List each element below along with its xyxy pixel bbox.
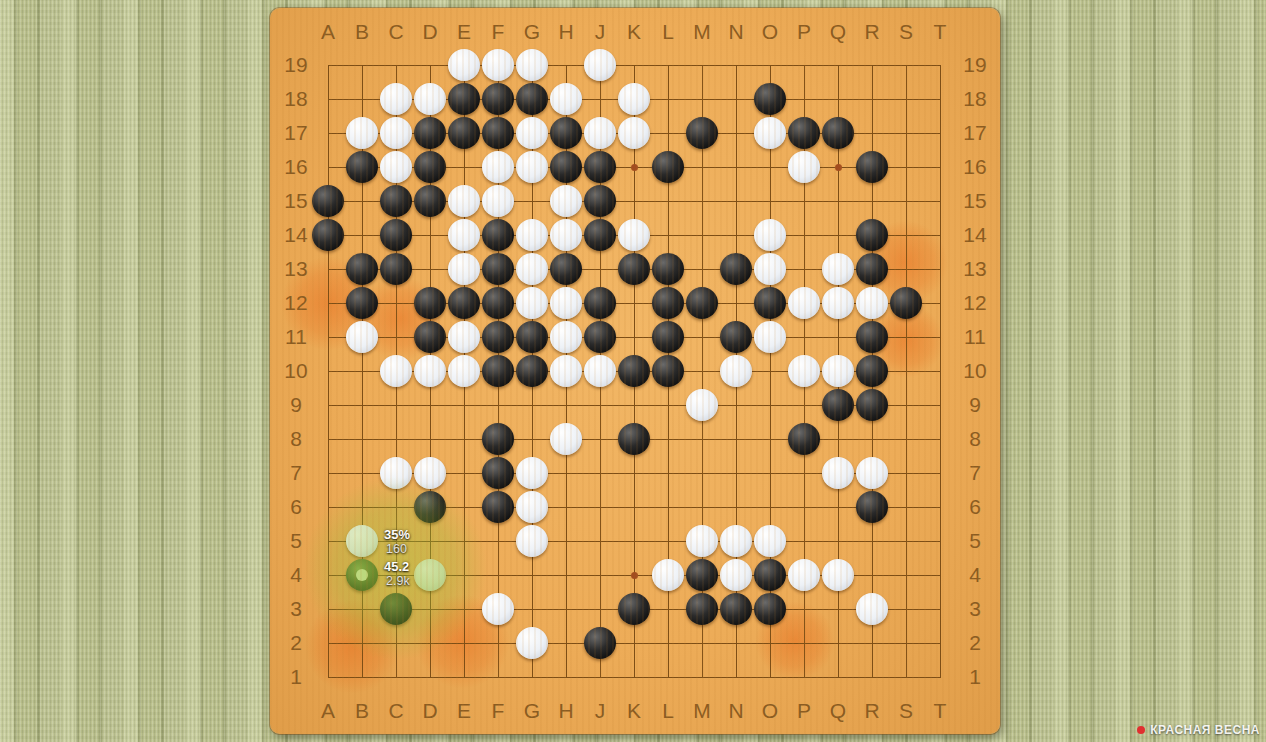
col-label-bottom-M: M	[684, 699, 720, 723]
white-stone-C17[interactable]	[380, 117, 412, 149]
row-label-left-14: 14	[278, 223, 314, 247]
black-stone-C13[interactable]	[380, 253, 412, 285]
white-stone-P4[interactable]	[788, 559, 820, 591]
page: { "game": "go", "app": { "watermark": { …	[0, 0, 1266, 742]
col-label-top-S: S	[888, 20, 924, 44]
black-stone-F8[interactable]	[482, 423, 514, 455]
black-stone-D11[interactable]	[414, 321, 446, 353]
col-label-top-N: N	[718, 20, 754, 44]
white-stone-G13[interactable]	[516, 253, 548, 285]
black-stone-F7[interactable]	[482, 457, 514, 489]
black-stone-D15[interactable]	[414, 185, 446, 217]
col-label-bottom-K: K	[616, 699, 652, 723]
col-label-bottom-J: J	[582, 699, 618, 723]
black-stone-F13[interactable]	[482, 253, 514, 285]
black-stone-N3[interactable]	[720, 593, 752, 625]
row-label-left-7: 7	[278, 461, 314, 485]
black-stone-N11[interactable]	[720, 321, 752, 353]
black-stone-D17[interactable]	[414, 117, 446, 149]
col-label-bottom-H: H	[548, 699, 584, 723]
white-stone-Q4[interactable]	[822, 559, 854, 591]
white-stone-Q10[interactable]	[822, 355, 854, 387]
row-label-right-19: 19	[957, 53, 993, 77]
black-stone-D16[interactable]	[414, 151, 446, 183]
row-label-left-19: 19	[278, 53, 314, 77]
col-label-bottom-Q: Q	[820, 699, 856, 723]
row-label-right-16: 16	[957, 155, 993, 179]
white-stone-G19[interactable]	[516, 49, 548, 81]
col-label-bottom-E: E	[446, 699, 482, 723]
white-stone-J17[interactable]	[584, 117, 616, 149]
black-stone-E12[interactable]	[448, 287, 480, 319]
row-label-left-6: 6	[278, 495, 314, 519]
black-stone-A15[interactable]	[312, 185, 344, 217]
row-label-right-18: 18	[957, 87, 993, 111]
black-stone-G18[interactable]	[516, 83, 548, 115]
black-stone-R16[interactable]	[856, 151, 888, 183]
white-stone-E19[interactable]	[448, 49, 480, 81]
col-label-top-J: J	[582, 20, 618, 44]
col-label-top-T: T	[922, 20, 958, 44]
green-stone-B4[interactable]	[346, 559, 378, 591]
star-point-Q16	[835, 164, 842, 171]
white-stone-B11[interactable]	[346, 321, 378, 353]
row-label-left-17: 17	[278, 121, 314, 145]
black-stone-L11[interactable]	[652, 321, 684, 353]
black-stone-L12[interactable]	[652, 287, 684, 319]
white-stone-G2[interactable]	[516, 627, 548, 659]
row-label-left-13: 13	[278, 257, 314, 281]
white-stone-O14[interactable]	[754, 219, 786, 251]
row-label-right-10: 10	[957, 359, 993, 383]
white-stone-E11[interactable]	[448, 321, 480, 353]
white-stone-H8[interactable]	[550, 423, 582, 455]
col-label-bottom-B: B	[344, 699, 380, 723]
white-stone-K17[interactable]	[618, 117, 650, 149]
white-stone-G12[interactable]	[516, 287, 548, 319]
row-label-right-14: 14	[957, 223, 993, 247]
col-label-bottom-N: N	[718, 699, 754, 723]
white-stone-G5[interactable]	[516, 525, 548, 557]
black-stone-N13[interactable]	[720, 253, 752, 285]
black-stone-F11[interactable]	[482, 321, 514, 353]
black-stone-J2[interactable]	[584, 627, 616, 659]
black-stone-F14[interactable]	[482, 219, 514, 251]
row-label-right-11: 11	[957, 325, 993, 349]
col-label-bottom-F: F	[480, 699, 516, 723]
black-stone-O18[interactable]	[754, 83, 786, 115]
white-stone-D10[interactable]	[414, 355, 446, 387]
watermark-dot-icon	[1137, 726, 1145, 734]
white-stone-H15[interactable]	[550, 185, 582, 217]
col-label-bottom-G: G	[514, 699, 550, 723]
col-label-top-O: O	[752, 20, 788, 44]
white-stone-Q12[interactable]	[822, 287, 854, 319]
white-stone-R3[interactable]	[856, 593, 888, 625]
white-stone-M9[interactable]	[686, 389, 718, 421]
black-stone-K13[interactable]	[618, 253, 650, 285]
white-stone-E14[interactable]	[448, 219, 480, 251]
white-stone-H14[interactable]	[550, 219, 582, 251]
go-board[interactable]: AABBCCDDEEFFGGHHJJKKLLMMNNOOPPQQRRSSTT19…	[270, 8, 1000, 734]
row-label-right-17: 17	[957, 121, 993, 145]
white-stone-R7[interactable]	[856, 457, 888, 489]
row-label-left-2: 2	[278, 631, 314, 655]
black-stone-J14[interactable]	[584, 219, 616, 251]
col-label-top-K: K	[616, 20, 652, 44]
row-label-right-15: 15	[957, 189, 993, 213]
col-label-top-A: A	[310, 20, 346, 44]
watermark-text: КРАСНАЯ ВЕСНА	[1150, 723, 1260, 737]
row-label-right-5: 5	[957, 529, 993, 553]
black-stone-R14[interactable]	[856, 219, 888, 251]
col-label-top-Q: Q	[820, 20, 856, 44]
row-label-left-8: 8	[278, 427, 314, 451]
col-label-bottom-C: C	[378, 699, 414, 723]
white-stone-L4[interactable]	[652, 559, 684, 591]
black-stone-J16[interactable]	[584, 151, 616, 183]
row-label-right-7: 7	[957, 461, 993, 485]
black-stone-H13[interactable]	[550, 253, 582, 285]
black-stone-Q17[interactable]	[822, 117, 854, 149]
col-label-top-L: L	[650, 20, 686, 44]
white-stone-J10[interactable]	[584, 355, 616, 387]
col-label-top-P: P	[786, 20, 822, 44]
white-stone-F3[interactable]	[482, 593, 514, 625]
white-stone-F15[interactable]	[482, 185, 514, 217]
row-label-right-2: 2	[957, 631, 993, 655]
col-label-top-R: R	[854, 20, 890, 44]
white-stone-M5[interactable]	[686, 525, 718, 557]
black-stone-Q9[interactable]	[822, 389, 854, 421]
white-stone-P12[interactable]	[788, 287, 820, 319]
black-stone-D12[interactable]	[414, 287, 446, 319]
col-label-bottom-R: R	[854, 699, 890, 723]
black-stone-F6[interactable]	[482, 491, 514, 523]
white-stone-F19[interactable]	[482, 49, 514, 81]
white-stone-C18[interactable]	[380, 83, 412, 115]
black-stone-M3[interactable]	[686, 593, 718, 625]
black-stone-H16[interactable]	[550, 151, 582, 183]
white-stone-E15[interactable]	[448, 185, 480, 217]
white-stone-G7[interactable]	[516, 457, 548, 489]
col-label-bottom-L: L	[650, 699, 686, 723]
white-stone-O13[interactable]	[754, 253, 786, 285]
row-label-left-12: 12	[278, 291, 314, 315]
white-stone-G17[interactable]	[516, 117, 548, 149]
black-stone-R6[interactable]	[856, 491, 888, 523]
black-stone-F17[interactable]	[482, 117, 514, 149]
col-label-top-F: F	[480, 20, 516, 44]
white-stone-G16[interactable]	[516, 151, 548, 183]
black-stone-K8[interactable]	[618, 423, 650, 455]
row-label-left-5: 5	[278, 529, 314, 553]
black-stone-O12[interactable]	[754, 287, 786, 319]
black-stone-E18[interactable]	[448, 83, 480, 115]
black-stone-O3[interactable]	[754, 593, 786, 625]
row-label-right-9: 9	[957, 393, 993, 417]
row-label-left-16: 16	[278, 155, 314, 179]
col-label-top-D: D	[412, 20, 448, 44]
row-label-right-3: 3	[957, 597, 993, 621]
black-stone-H17[interactable]	[550, 117, 582, 149]
white-stone-H18[interactable]	[550, 83, 582, 115]
analysis-label-0: 35%	[384, 528, 410, 542]
col-label-top-B: B	[344, 20, 380, 44]
black-stone-B12[interactable]	[346, 287, 378, 319]
white-stone-P10[interactable]	[788, 355, 820, 387]
white-stone-K14[interactable]	[618, 219, 650, 251]
black-stone-K10[interactable]	[618, 355, 650, 387]
best-move-dot-icon	[356, 569, 368, 581]
row-label-right-8: 8	[957, 427, 993, 451]
white-stone-B5[interactable]	[346, 525, 378, 557]
black-stone-L13[interactable]	[652, 253, 684, 285]
star-point-K16	[631, 164, 638, 171]
white-stone-H11[interactable]	[550, 321, 582, 353]
black-stone-C15[interactable]	[380, 185, 412, 217]
white-stone-G14[interactable]	[516, 219, 548, 251]
black-stone-M4[interactable]	[686, 559, 718, 591]
col-label-bottom-T: T	[922, 699, 958, 723]
col-label-bottom-P: P	[786, 699, 822, 723]
row-label-right-6: 6	[957, 495, 993, 519]
black-stone-G10[interactable]	[516, 355, 548, 387]
black-stone-O4[interactable]	[754, 559, 786, 591]
white-stone-C10[interactable]	[380, 355, 412, 387]
white-stone-C7[interactable]	[380, 457, 412, 489]
black-stone-P8[interactable]	[788, 423, 820, 455]
black-stone-R10[interactable]	[856, 355, 888, 387]
black-stone-F12[interactable]	[482, 287, 514, 319]
white-stone-K18[interactable]	[618, 83, 650, 115]
white-stone-N10[interactable]	[720, 355, 752, 387]
white-stone-O11[interactable]	[754, 321, 786, 353]
white-stone-D7[interactable]	[414, 457, 446, 489]
row-label-right-1: 1	[957, 665, 993, 689]
col-label-bottom-O: O	[752, 699, 788, 723]
pale-green-stone-D4[interactable]	[414, 559, 446, 591]
white-stone-H12[interactable]	[550, 287, 582, 319]
black-stone-C14[interactable]	[380, 219, 412, 251]
black-stone-R11[interactable]	[856, 321, 888, 353]
analysis-label-3: 2.9k	[386, 574, 410, 588]
col-label-top-M: M	[684, 20, 720, 44]
black-stone-J15[interactable]	[584, 185, 616, 217]
black-stone-B13[interactable]	[346, 253, 378, 285]
col-label-top-G: G	[514, 20, 550, 44]
black-stone-P17[interactable]	[788, 117, 820, 149]
dark-green-stone-C3[interactable]	[380, 593, 412, 625]
white-stone-N4[interactable]	[720, 559, 752, 591]
row-label-left-3: 3	[278, 597, 314, 621]
col-label-bottom-A: A	[310, 699, 346, 723]
white-stone-F16[interactable]	[482, 151, 514, 183]
black-stone-F18[interactable]	[482, 83, 514, 115]
row-label-right-13: 13	[957, 257, 993, 281]
white-stone-J19[interactable]	[584, 49, 616, 81]
analysis-label-1: 160	[386, 542, 407, 556]
col-label-top-E: E	[446, 20, 482, 44]
black-stone-R13[interactable]	[856, 253, 888, 285]
white-stone-G6[interactable]	[516, 491, 548, 523]
star-point-K4	[631, 572, 638, 579]
white-stone-R12[interactable]	[856, 287, 888, 319]
row-label-left-11: 11	[278, 325, 314, 349]
white-stone-N5[interactable]	[720, 525, 752, 557]
white-stone-P16[interactable]	[788, 151, 820, 183]
black-stone-G11[interactable]	[516, 321, 548, 353]
row-label-left-9: 9	[278, 393, 314, 417]
black-stone-E17[interactable]	[448, 117, 480, 149]
white-stone-E13[interactable]	[448, 253, 480, 285]
white-stone-D18[interactable]	[414, 83, 446, 115]
row-label-left-15: 15	[278, 189, 314, 213]
row-label-left-10: 10	[278, 359, 314, 383]
black-stone-K3[interactable]	[618, 593, 650, 625]
col-label-bottom-D: D	[412, 699, 448, 723]
row-label-left-4: 4	[278, 563, 314, 587]
col-label-top-H: H	[548, 20, 584, 44]
row-label-left-18: 18	[278, 87, 314, 111]
black-stone-M12[interactable]	[686, 287, 718, 319]
white-stone-B17[interactable]	[346, 117, 378, 149]
row-label-right-4: 4	[957, 563, 993, 587]
white-stone-H10[interactable]	[550, 355, 582, 387]
black-stone-A14[interactable]	[312, 219, 344, 251]
white-stone-Q7[interactable]	[822, 457, 854, 489]
black-stone-J12[interactable]	[584, 287, 616, 319]
white-stone-Q13[interactable]	[822, 253, 854, 285]
black-stone-L10[interactable]	[652, 355, 684, 387]
black-stone-S12[interactable]	[890, 287, 922, 319]
black-stone-L16[interactable]	[652, 151, 684, 183]
black-stone-M17[interactable]	[686, 117, 718, 149]
row-label-left-1: 1	[278, 665, 314, 689]
black-stone-J11[interactable]	[584, 321, 616, 353]
black-stone-F10[interactable]	[482, 355, 514, 387]
watermark: КРАСНАЯ ВЕСНА	[1137, 723, 1260, 737]
white-stone-O17[interactable]	[754, 117, 786, 149]
row-label-right-12: 12	[957, 291, 993, 315]
col-label-bottom-S: S	[888, 699, 924, 723]
col-label-top-C: C	[378, 20, 414, 44]
black-stone-D6[interactable]	[414, 491, 446, 523]
white-stone-E10[interactable]	[448, 355, 480, 387]
black-stone-B16[interactable]	[346, 151, 378, 183]
white-stone-C16[interactable]	[380, 151, 412, 183]
black-stone-R9[interactable]	[856, 389, 888, 421]
white-stone-O5[interactable]	[754, 525, 786, 557]
analysis-label-2: 45.2	[384, 560, 409, 574]
